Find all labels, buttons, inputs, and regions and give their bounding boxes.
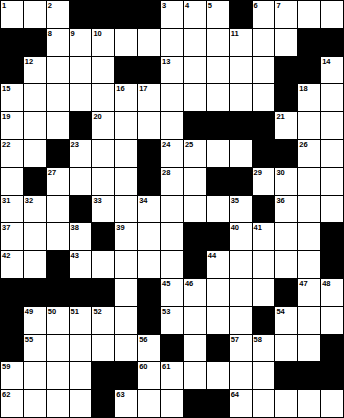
black-cell-r14c6 — [115, 362, 137, 389]
black-cell-r10c9 — [184, 251, 206, 278]
black-cell-r1c6 — [115, 1, 137, 28]
white-cell-r1c12[interactable]: 6 — [253, 1, 275, 28]
clue-number: 3 — [162, 1, 166, 10]
white-cell-r10c14[interactable] — [298, 251, 320, 278]
black-cell-r11c5 — [92, 279, 114, 306]
black-cell-r7c2 — [24, 168, 46, 195]
white-cell-r9c4[interactable]: 38 — [70, 223, 92, 250]
black-cell-r11c7 — [138, 279, 160, 306]
white-cell-r10c10[interactable]: 44 — [207, 251, 229, 278]
black-cell-r14c15 — [321, 362, 343, 389]
white-cell-r15c14[interactable] — [298, 390, 320, 417]
white-cell-r6c14[interactable]: 26 — [298, 140, 320, 167]
white-cell-r10c4[interactable]: 43 — [70, 251, 92, 278]
white-cell-r12c9[interactable] — [184, 307, 206, 334]
white-cell-r5c1[interactable]: 19 — [1, 112, 23, 139]
white-cell-r1c2[interactable] — [24, 1, 46, 28]
black-cell-r10c3 — [47, 251, 69, 278]
white-cell-r10c8[interactable] — [161, 251, 183, 278]
white-cell-r14c9[interactable] — [184, 362, 206, 389]
white-cell-r8c13[interactable]: 36 — [275, 196, 297, 223]
white-cell-r2c9[interactable] — [184, 29, 206, 56]
white-cell-r14c12[interactable] — [253, 362, 275, 389]
white-cell-r6c2[interactable] — [24, 140, 46, 167]
clue-number: 46 — [185, 279, 193, 288]
black-cell-r14c5 — [92, 362, 114, 389]
clue-number: 24 — [162, 140, 170, 149]
clue-number: 20 — [93, 112, 101, 121]
black-cell-r9c5 — [92, 223, 114, 250]
white-cell-r8c6[interactable] — [115, 196, 137, 223]
white-cell-r7c4[interactable] — [70, 168, 92, 195]
white-cell-r12c4[interactable]: 51 — [70, 307, 92, 334]
black-cell-r3c13 — [275, 57, 297, 84]
white-cell-r14c11[interactable] — [230, 362, 252, 389]
black-cell-r8c12 — [253, 196, 275, 223]
black-cell-r11c1 — [1, 279, 23, 306]
white-cell-r1c10[interactable]: 5 — [207, 1, 229, 28]
white-cell-r8c3[interactable] — [47, 196, 69, 223]
white-cell-r13c14[interactable] — [298, 335, 320, 362]
white-cell-r8c1[interactable]: 31 — [1, 196, 23, 223]
black-cell-r9c10 — [207, 223, 229, 250]
white-cell-r12c10[interactable] — [207, 307, 229, 334]
clue-number: 4 — [185, 1, 189, 10]
white-cell-r12c3[interactable]: 50 — [47, 307, 69, 334]
white-cell-r3c9[interactable] — [184, 57, 206, 84]
black-cell-r15c9 — [184, 390, 206, 417]
white-cell-r11c12[interactable] — [253, 279, 275, 306]
clue-number: 43 — [71, 251, 79, 260]
white-cell-r8c2[interactable]: 32 — [24, 196, 46, 223]
white-cell-r8c8[interactable] — [161, 196, 183, 223]
white-cell-r15c13[interactable] — [275, 390, 297, 417]
black-cell-r6c12 — [253, 140, 275, 167]
clue-number: 31 — [2, 196, 10, 205]
clue-number: 40 — [231, 223, 239, 232]
clue-number: 33 — [93, 196, 101, 205]
white-cell-r2c4[interactable]: 9 — [70, 29, 92, 56]
white-cell-r4c14[interactable]: 18 — [298, 84, 320, 111]
white-cell-r15c1[interactable]: 62 — [1, 390, 23, 417]
black-cell-r13c10 — [207, 335, 229, 362]
white-cell-r13c6[interactable] — [115, 335, 137, 362]
white-cell-r4c10[interactable] — [207, 84, 229, 111]
white-cell-r4c6[interactable]: 16 — [115, 84, 137, 111]
black-cell-r13c8 — [161, 335, 183, 362]
white-cell-r12c8[interactable]: 53 — [161, 307, 183, 334]
white-cell-r1c13[interactable]: 7 — [275, 1, 297, 28]
white-cell-r13c2[interactable]: 55 — [24, 335, 46, 362]
clue-number: 52 — [93, 307, 101, 316]
white-cell-r9c6[interactable]: 39 — [115, 223, 137, 250]
white-cell-r8c10[interactable] — [207, 196, 229, 223]
black-cell-r3c14 — [298, 57, 320, 84]
clue-number: 21 — [276, 112, 284, 121]
clue-number: 22 — [2, 140, 10, 149]
white-cell-r6c6[interactable] — [115, 140, 137, 167]
clue-number: 51 — [71, 307, 79, 316]
black-cell-r8c4 — [70, 196, 92, 223]
black-cell-r1c4 — [70, 1, 92, 28]
clue-number: 48 — [322, 279, 330, 288]
clue-number: 10 — [93, 29, 101, 38]
white-cell-r10c1[interactable]: 42 — [1, 251, 23, 278]
white-cell-r9c2[interactable] — [24, 223, 46, 250]
white-cell-r10c7[interactable] — [138, 251, 160, 278]
white-cell-r12c11[interactable] — [230, 307, 252, 334]
white-cell-r15c6[interactable]: 63 — [115, 390, 137, 417]
white-cell-r14c3[interactable] — [47, 362, 69, 389]
white-cell-r2c12[interactable] — [253, 29, 275, 56]
black-cell-r5c4 — [70, 112, 92, 139]
white-cell-r9c13[interactable] — [275, 223, 297, 250]
black-cell-r10c15 — [321, 251, 343, 278]
black-cell-r5c12 — [253, 112, 275, 139]
white-cell-r6c1[interactable]: 22 — [1, 140, 23, 167]
clue-number: 1 — [2, 1, 6, 10]
clue-number: 42 — [2, 251, 10, 260]
clue-number: 39 — [116, 223, 124, 232]
white-cell-r7c3[interactable]: 27 — [47, 168, 69, 195]
white-cell-r3c3[interactable] — [47, 57, 69, 84]
white-cell-r14c10[interactable] — [207, 362, 229, 389]
white-cell-r7c1[interactable] — [1, 168, 23, 195]
black-cell-r3c7 — [138, 57, 160, 84]
white-cell-r7c5[interactable] — [92, 168, 114, 195]
white-cell-r6c4[interactable]: 23 — [70, 140, 92, 167]
clue-number: 2 — [48, 1, 52, 10]
clue-number: 57 — [231, 335, 239, 344]
white-cell-r14c8[interactable]: 61 — [161, 362, 183, 389]
clue-number: 6 — [254, 1, 258, 10]
clue-number: 35 — [231, 196, 239, 205]
white-cell-r13c3[interactable] — [47, 335, 69, 362]
white-cell-r2c7[interactable] — [138, 29, 160, 56]
white-cell-r3c11[interactable] — [230, 57, 252, 84]
clue-number: 41 — [254, 223, 262, 232]
white-cell-r1c14[interactable] — [298, 1, 320, 28]
white-cell-r2c3[interactable]: 8 — [47, 29, 69, 56]
white-cell-r15c7[interactable] — [138, 390, 160, 417]
white-cell-r7c14[interactable] — [298, 168, 320, 195]
black-cell-r2c1 — [1, 29, 23, 56]
crossword-grid: 1234567891011121314151617181920212223242… — [0, 0, 344, 418]
white-cell-r3c5[interactable] — [92, 57, 114, 84]
black-cell-r12c7 — [138, 307, 160, 334]
clue-number: 30 — [276, 168, 284, 177]
white-cell-r14c7[interactable]: 60 — [138, 362, 160, 389]
clue-number: 14 — [322, 57, 330, 66]
black-cell-r15c5 — [92, 390, 114, 417]
black-cell-r1c5 — [92, 1, 114, 28]
white-cell-r1c1[interactable]: 1 — [1, 1, 23, 28]
white-cell-r5c2[interactable] — [24, 112, 46, 139]
white-cell-r12c2[interactable]: 49 — [24, 307, 46, 334]
black-cell-r7c10 — [207, 168, 229, 195]
white-cell-r7c6[interactable] — [115, 168, 137, 195]
white-cell-r11c8[interactable]: 45 — [161, 279, 183, 306]
black-cell-r11c2 — [24, 279, 46, 306]
clue-number: 37 — [2, 223, 10, 232]
clue-number: 7 — [276, 1, 280, 10]
white-cell-r7c8[interactable]: 28 — [161, 168, 183, 195]
black-cell-r6c3 — [47, 140, 69, 167]
white-cell-r7c15[interactable] — [321, 168, 343, 195]
clue-number: 50 — [48, 307, 56, 316]
white-cell-r8c5[interactable]: 33 — [92, 196, 114, 223]
clue-number: 38 — [71, 223, 79, 232]
clue-number: 13 — [162, 57, 170, 66]
clue-number: 63 — [116, 390, 124, 399]
white-cell-r4c1[interactable]: 15 — [1, 84, 23, 111]
white-cell-r11c10[interactable] — [207, 279, 229, 306]
clue-number: 15 — [2, 84, 10, 93]
white-cell-r7c13[interactable]: 30 — [275, 168, 297, 195]
white-cell-r9c7[interactable] — [138, 223, 160, 250]
white-cell-r1c15[interactable] — [321, 1, 343, 28]
clue-number: 64 — [231, 390, 239, 399]
clue-number: 27 — [48, 168, 56, 177]
white-cell-r5c6[interactable] — [115, 112, 137, 139]
black-cell-r2c2 — [24, 29, 46, 56]
white-cell-r8c11[interactable]: 35 — [230, 196, 252, 223]
white-cell-r14c1[interactable]: 59 — [1, 362, 23, 389]
white-cell-r4c2[interactable] — [24, 84, 46, 111]
white-cell-r7c9[interactable] — [184, 168, 206, 195]
clue-number: 16 — [116, 84, 124, 93]
white-cell-r11c15[interactable]: 48 — [321, 279, 343, 306]
white-cell-r13c4[interactable] — [70, 335, 92, 362]
clue-number: 45 — [162, 279, 170, 288]
black-cell-r11c4 — [70, 279, 92, 306]
black-cell-r5c11 — [230, 112, 252, 139]
white-cell-r3c12[interactable] — [253, 57, 275, 84]
white-cell-r9c11[interactable]: 40 — [230, 223, 252, 250]
white-cell-r12c15[interactable] — [321, 307, 343, 334]
clue-number: 23 — [71, 140, 79, 149]
white-cell-r10c12[interactable] — [253, 251, 275, 278]
white-cell-r5c15[interactable] — [321, 112, 343, 139]
clue-number: 8 — [48, 29, 52, 38]
black-cell-r6c7 — [138, 140, 160, 167]
clue-number: 54 — [276, 307, 284, 316]
black-cell-r6c13 — [275, 140, 297, 167]
white-cell-r12c5[interactable]: 52 — [92, 307, 114, 334]
white-cell-r13c7[interactable]: 56 — [138, 335, 160, 362]
white-cell-r5c13[interactable]: 21 — [275, 112, 297, 139]
white-cell-r5c3[interactable] — [47, 112, 69, 139]
white-cell-r12c13[interactable]: 54 — [275, 307, 297, 334]
black-cell-r3c6 — [115, 57, 137, 84]
clue-number: 36 — [276, 196, 284, 205]
white-cell-r8c9[interactable] — [184, 196, 206, 223]
white-cell-r8c7[interactable]: 34 — [138, 196, 160, 223]
clue-number: 12 — [25, 57, 33, 66]
clue-number: 11 — [231, 29, 239, 38]
white-cell-r11c14[interactable]: 47 — [298, 279, 320, 306]
white-cell-r9c14[interactable] — [298, 223, 320, 250]
black-cell-r13c1 — [1, 335, 23, 362]
clue-number: 28 — [162, 168, 170, 177]
white-cell-r6c15[interactable] — [321, 140, 343, 167]
black-cell-r2c15 — [321, 29, 343, 56]
black-cell-r12c12 — [253, 307, 275, 334]
white-cell-r4c8[interactable] — [161, 84, 183, 111]
white-cell-r6c11[interactable] — [230, 140, 252, 167]
white-cell-r13c13[interactable] — [275, 335, 297, 362]
clue-number: 56 — [139, 335, 147, 344]
white-cell-r9c3[interactable] — [47, 223, 69, 250]
black-cell-r1c11 — [230, 1, 252, 28]
white-cell-r6c5[interactable] — [92, 140, 114, 167]
black-cell-r13c15 — [321, 335, 343, 362]
white-cell-r15c2[interactable] — [24, 390, 46, 417]
white-cell-r10c5[interactable] — [92, 251, 114, 278]
clue-number: 53 — [162, 307, 170, 316]
clue-number: 60 — [139, 362, 147, 371]
black-cell-r2c14 — [298, 29, 320, 56]
white-cell-r5c5[interactable]: 20 — [92, 112, 114, 139]
clue-number: 34 — [139, 196, 147, 205]
white-cell-r4c5[interactable] — [92, 84, 114, 111]
clue-number: 44 — [208, 251, 216, 260]
white-cell-r10c2[interactable] — [24, 251, 46, 278]
white-cell-r15c15[interactable] — [321, 390, 343, 417]
white-cell-r8c14[interactable] — [298, 196, 320, 223]
white-cell-r6c9[interactable]: 25 — [184, 140, 206, 167]
black-cell-r14c14 — [298, 362, 320, 389]
white-cell-r10c13[interactable] — [275, 251, 297, 278]
clue-number: 17 — [139, 84, 147, 93]
black-cell-r9c9 — [184, 223, 206, 250]
black-cell-r7c7 — [138, 168, 160, 195]
black-cell-r7c11 — [230, 168, 252, 195]
white-cell-r3c4[interactable] — [70, 57, 92, 84]
white-cell-r14c2[interactable] — [24, 362, 46, 389]
clue-number: 58 — [254, 335, 262, 344]
white-cell-r10c11[interactable] — [230, 251, 252, 278]
white-cell-r7c12[interactable]: 29 — [253, 168, 275, 195]
white-cell-r15c12[interactable] — [253, 390, 275, 417]
white-cell-r5c14[interactable] — [298, 112, 320, 139]
clue-number: 29 — [254, 168, 262, 177]
white-cell-r13c5[interactable] — [92, 335, 114, 362]
clue-number: 32 — [25, 196, 33, 205]
black-cell-r5c10 — [207, 112, 229, 139]
white-cell-r1c9[interactable]: 4 — [184, 1, 206, 28]
white-cell-r2c8[interactable] — [161, 29, 183, 56]
black-cell-r1c7 — [138, 1, 160, 28]
white-cell-r3c2[interactable]: 12 — [24, 57, 46, 84]
white-cell-r10c6[interactable] — [115, 251, 137, 278]
white-cell-r3c8[interactable]: 13 — [161, 57, 183, 84]
white-cell-r15c4[interactable] — [70, 390, 92, 417]
white-cell-r6c8[interactable]: 24 — [161, 140, 183, 167]
white-cell-r5c7[interactable] — [138, 112, 160, 139]
white-cell-r12c14[interactable] — [298, 307, 320, 334]
white-cell-r15c11[interactable]: 64 — [230, 390, 252, 417]
clue-number: 59 — [2, 362, 10, 371]
white-cell-r2c11[interactable]: 11 — [230, 29, 252, 56]
white-cell-r4c11[interactable] — [230, 84, 252, 111]
white-cell-r8c15[interactable] — [321, 196, 343, 223]
white-cell-r13c12[interactable]: 58 — [253, 335, 275, 362]
clue-number: 9 — [71, 29, 75, 38]
black-cell-r14c13 — [275, 362, 297, 389]
white-cell-r11c11[interactable] — [230, 279, 252, 306]
white-cell-r11c9[interactable]: 46 — [184, 279, 206, 306]
clue-number: 55 — [25, 335, 33, 344]
white-cell-r5c8[interactable] — [161, 112, 183, 139]
white-cell-r9c8[interactable] — [161, 223, 183, 250]
white-cell-r15c3[interactable] — [47, 390, 69, 417]
white-cell-r4c9[interactable] — [184, 84, 206, 111]
white-cell-r4c3[interactable] — [47, 84, 69, 111]
black-cell-r4c13 — [275, 84, 297, 111]
white-cell-r12c6[interactable] — [115, 307, 137, 334]
white-cell-r4c7[interactable]: 17 — [138, 84, 160, 111]
clue-number: 5 — [208, 1, 212, 10]
black-cell-r5c9 — [184, 112, 206, 139]
white-cell-r1c8[interactable]: 3 — [161, 1, 183, 28]
white-cell-r4c4[interactable] — [70, 84, 92, 111]
black-cell-r3c1 — [1, 57, 23, 84]
white-cell-r4c12[interactable] — [253, 84, 275, 111]
white-cell-r15c8[interactable] — [161, 390, 183, 417]
black-cell-r15c10 — [207, 390, 229, 417]
white-cell-r9c12[interactable]: 41 — [253, 223, 275, 250]
white-cell-r13c11[interactable]: 57 — [230, 335, 252, 362]
black-cell-r9c15 — [321, 223, 343, 250]
white-cell-r3c15[interactable]: 14 — [321, 57, 343, 84]
white-cell-r2c13[interactable] — [275, 29, 297, 56]
clue-number: 18 — [299, 84, 307, 93]
clue-number: 47 — [299, 279, 307, 288]
white-cell-r1c3[interactable]: 2 — [47, 1, 69, 28]
white-cell-r6c10[interactable] — [207, 140, 229, 167]
white-cell-r2c6[interactable] — [115, 29, 137, 56]
white-cell-r4c15[interactable] — [321, 84, 343, 111]
white-cell-r2c5[interactable]: 10 — [92, 29, 114, 56]
black-cell-r11c3 — [47, 279, 69, 306]
black-cell-r12c1 — [1, 307, 23, 334]
clue-number: 62 — [2, 390, 10, 399]
white-cell-r3c10[interactable] — [207, 57, 229, 84]
white-cell-r2c10[interactable] — [207, 29, 229, 56]
white-cell-r14c4[interactable] — [70, 362, 92, 389]
clue-number: 25 — [185, 140, 193, 149]
clue-number: 19 — [2, 112, 10, 121]
clue-number: 26 — [299, 140, 307, 149]
white-cell-r11c6[interactable] — [115, 279, 137, 306]
clue-number: 61 — [162, 362, 170, 371]
white-cell-r13c9[interactable] — [184, 335, 206, 362]
black-cell-r11c13 — [275, 279, 297, 306]
white-cell-r9c1[interactable]: 37 — [1, 223, 23, 250]
clue-number: 49 — [25, 307, 33, 316]
